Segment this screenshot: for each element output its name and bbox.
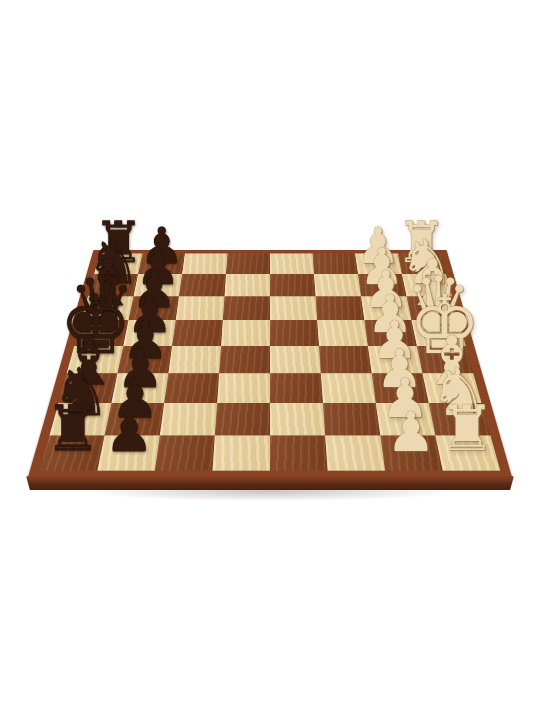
square-d8 <box>74 320 128 346</box>
square-c6 <box>176 296 225 320</box>
square-e3 <box>319 346 372 374</box>
square-h6 <box>155 435 215 470</box>
board-front-edge <box>26 476 514 490</box>
chess-scene: ♜♟♟♜♞♟♟♞♝♟♟♝♛♟♟♛♚♟♟♚♝♟♟♝♞♟♟♞♜♟♟♜ <box>0 0 540 720</box>
square-h5 <box>212 435 270 470</box>
board-drop-shadow <box>16 486 524 516</box>
square-h3 <box>325 435 385 470</box>
square-e6 <box>168 346 221 374</box>
square-h4 <box>270 435 328 470</box>
square-h7 <box>97 435 159 470</box>
square-d6 <box>172 320 223 346</box>
square-b2 <box>358 274 407 296</box>
square-b3 <box>314 274 361 296</box>
square-f2 <box>372 373 429 403</box>
square-f4 <box>270 373 323 403</box>
square-g8 <box>49 403 111 435</box>
square-d5 <box>221 320 270 346</box>
square-c5 <box>223 296 270 320</box>
square-h8 <box>40 435 105 470</box>
square-d7 <box>123 320 175 346</box>
square-a6 <box>182 253 227 274</box>
square-c1 <box>407 296 459 320</box>
chess-board <box>28 250 512 477</box>
square-b4 <box>270 274 316 296</box>
square-g7 <box>105 403 165 435</box>
square-g4 <box>270 403 325 435</box>
square-f5 <box>217 373 270 403</box>
square-c4 <box>270 296 317 320</box>
square-d4 <box>270 320 319 346</box>
square-h1 <box>435 435 500 470</box>
product-photo-canvas: ♜♟♟♜♞♟♟♞♝♟♟♝♛♟♟♛♚♟♟♚♝♟♟♝♞♟♟♞♜♟♟♜ <box>0 0 540 720</box>
square-a2 <box>355 253 402 274</box>
square-g2 <box>376 403 436 435</box>
square-b6 <box>179 274 226 296</box>
square-g1 <box>429 403 491 435</box>
square-b8 <box>88 274 138 296</box>
square-a5 <box>226 253 270 274</box>
square-e1 <box>417 346 474 374</box>
square-b5 <box>224 274 270 296</box>
square-a3 <box>313 253 358 274</box>
square-e5 <box>219 346 270 374</box>
square-d3 <box>317 320 368 346</box>
square-e8 <box>67 346 124 374</box>
board-perspective-scene <box>28 0 512 477</box>
square-e4 <box>270 346 321 374</box>
square-b7 <box>133 274 182 296</box>
square-e2 <box>368 346 423 374</box>
square-a1 <box>398 253 446 274</box>
square-f8 <box>58 373 117 403</box>
square-e7 <box>117 346 172 374</box>
square-c2 <box>361 296 411 320</box>
square-b1 <box>402 274 452 296</box>
square-f1 <box>423 373 482 403</box>
square-d2 <box>364 320 416 346</box>
square-g3 <box>323 403 380 435</box>
square-g5 <box>215 403 270 435</box>
square-a7 <box>138 253 185 274</box>
square-h2 <box>380 435 442 470</box>
square-f3 <box>321 373 376 403</box>
square-c7 <box>129 296 179 320</box>
square-g6 <box>160 403 217 435</box>
square-d1 <box>411 320 465 346</box>
square-a4 <box>270 253 314 274</box>
square-c3 <box>316 296 365 320</box>
square-f6 <box>164 373 219 403</box>
square-f7 <box>111 373 168 403</box>
square-c8 <box>81 296 133 320</box>
square-a8 <box>94 253 142 274</box>
